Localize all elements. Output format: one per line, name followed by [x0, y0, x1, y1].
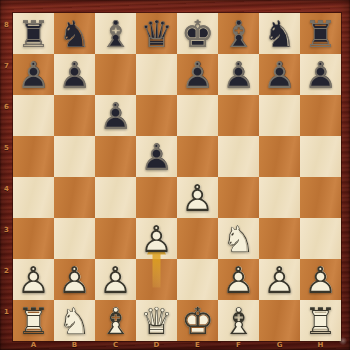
square-e5[interactable]	[177, 136, 218, 177]
square-b4[interactable]	[54, 177, 95, 218]
square-b3[interactable]	[54, 218, 95, 259]
piece-white-queen: ♛♕	[136, 300, 177, 341]
rank-label-2: 2	[4, 267, 9, 275]
square-h2[interactable]: ♟♙	[300, 259, 341, 300]
square-a6[interactable]	[13, 95, 54, 136]
piece-white-knight: ♞♘	[218, 218, 259, 259]
square-d7[interactable]	[136, 54, 177, 95]
square-h6[interactable]	[300, 95, 341, 136]
piece-black-bishop: ♝♗	[95, 13, 136, 54]
square-h8[interactable]: ♜♖	[300, 13, 341, 54]
piece-white-pawn: ♟♙	[95, 259, 136, 300]
rank-label-4: 4	[4, 185, 9, 193]
square-g8[interactable]: ♞♘	[259, 13, 300, 54]
piece-white-bishop: ♝♗	[95, 300, 136, 341]
piece-white-pawn: ♟♙	[54, 259, 95, 300]
square-g2[interactable]: ♟♙	[259, 259, 300, 300]
piece-white-pawn: ♟♙	[13, 259, 54, 300]
rank-label-8: 8	[4, 21, 9, 29]
square-d5[interactable]: ♟♙	[136, 136, 177, 177]
square-h5[interactable]	[300, 136, 341, 177]
square-h3[interactable]	[300, 218, 341, 259]
piece-black-pawn: ♟♙	[136, 136, 177, 177]
square-e1[interactable]: ♚♔	[177, 300, 218, 341]
square-e4[interactable]: ♟♙	[177, 177, 218, 218]
square-c2[interactable]: ♟♙	[95, 259, 136, 300]
square-a3[interactable]	[13, 218, 54, 259]
square-c3[interactable]	[95, 218, 136, 259]
square-g7[interactable]: ♟♙	[259, 54, 300, 95]
piece-black-pawn: ♟♙	[13, 54, 54, 95]
square-h4[interactable]	[300, 177, 341, 218]
square-e3[interactable]	[177, 218, 218, 259]
square-b1[interactable]: ♞♘	[54, 300, 95, 341]
square-b8[interactable]: ♞♘	[54, 13, 95, 54]
file-label-b: B	[72, 341, 77, 349]
square-d4[interactable]	[136, 177, 177, 218]
square-f3[interactable]: ♞♘	[218, 218, 259, 259]
square-g6[interactable]	[259, 95, 300, 136]
piece-black-pawn: ♟♙	[300, 54, 341, 95]
square-b6[interactable]	[54, 95, 95, 136]
corner-dot	[339, 337, 347, 345]
square-d8[interactable]: ♛♕	[136, 13, 177, 54]
square-b7[interactable]: ♟♙	[54, 54, 95, 95]
square-c4[interactable]	[95, 177, 136, 218]
square-c7[interactable]	[95, 54, 136, 95]
piece-white-pawn: ♟♙	[218, 259, 259, 300]
rank-label-7: 7	[4, 62, 9, 70]
piece-white-pawn: ♟♙	[259, 259, 300, 300]
piece-white-pawn: ♟♙	[300, 259, 341, 300]
square-c5[interactable]	[95, 136, 136, 177]
file-label-c: C	[113, 341, 118, 349]
square-b5[interactable]	[54, 136, 95, 177]
piece-black-pawn: ♟♙	[95, 95, 136, 136]
rank-label-1: 1	[4, 308, 9, 316]
square-h1[interactable]: ♜♖	[300, 300, 341, 341]
piece-black-queen: ♛♕	[136, 13, 177, 54]
square-b2[interactable]: ♟♙	[54, 259, 95, 300]
square-e2[interactable]	[177, 259, 218, 300]
square-d6[interactable]	[136, 95, 177, 136]
piece-black-bishop: ♝♗	[218, 13, 259, 54]
square-a8[interactable]: ♜♖	[13, 13, 54, 54]
piece-black-pawn: ♟♙	[54, 54, 95, 95]
piece-white-king: ♚♔	[177, 300, 218, 341]
file-label-g: G	[277, 341, 283, 349]
square-a4[interactable]	[13, 177, 54, 218]
piece-black-king: ♚♔	[177, 13, 218, 54]
square-a1[interactable]: ♜♖	[13, 300, 54, 341]
square-d1[interactable]: ♛♕	[136, 300, 177, 341]
file-label-h: H	[318, 341, 324, 349]
square-g1[interactable]	[259, 300, 300, 341]
piece-white-bishop: ♝♗	[218, 300, 259, 341]
chess-app-window: ♜♖♞♘♝♗♛♕♚♔♝♗♞♘♜♖♟♙♟♙♟♙♟♙♟♙♟♙♟♙♟♙♟♙♟♙♞♘♟♙…	[0, 0, 350, 350]
piece-white-knight: ♞♘	[54, 300, 95, 341]
square-g5[interactable]	[259, 136, 300, 177]
square-d3[interactable]: ♟♙	[136, 218, 177, 259]
piece-white-rook: ♜♖	[300, 300, 341, 341]
square-c6[interactable]: ♟♙	[95, 95, 136, 136]
file-label-a: A	[31, 341, 36, 349]
piece-black-rook: ♜♖	[13, 13, 54, 54]
square-f1[interactable]: ♝♗	[218, 300, 259, 341]
rank-label-3: 3	[4, 226, 9, 234]
piece-black-knight: ♞♘	[54, 13, 95, 54]
square-c1[interactable]: ♝♗	[95, 300, 136, 341]
square-f2[interactable]: ♟♙	[218, 259, 259, 300]
piece-black-pawn: ♟♙	[218, 54, 259, 95]
square-a5[interactable]	[13, 136, 54, 177]
square-g3[interactable]	[259, 218, 300, 259]
square-f7[interactable]: ♟♙	[218, 54, 259, 95]
rank-label-5: 5	[4, 144, 9, 152]
chess-board: ♜♖♞♘♝♗♛♕♚♔♝♗♞♘♜♖♟♙♟♙♟♙♟♙♟♙♟♙♟♙♟♙♟♙♟♙♞♘♟♙…	[13, 13, 341, 341]
square-f6[interactable]	[218, 95, 259, 136]
piece-white-rook: ♜♖	[13, 300, 54, 341]
square-f8[interactable]: ♝♗	[218, 13, 259, 54]
file-label-d: D	[154, 341, 160, 349]
square-h7[interactable]: ♟♙	[300, 54, 341, 95]
file-label-f: F	[236, 341, 241, 349]
square-a7[interactable]: ♟♙	[13, 54, 54, 95]
square-e7[interactable]: ♟♙	[177, 54, 218, 95]
piece-black-knight: ♞♘	[259, 13, 300, 54]
square-d2[interactable]	[136, 259, 177, 300]
square-e8[interactable]: ♚♔	[177, 13, 218, 54]
piece-black-pawn: ♟♙	[177, 54, 218, 95]
piece-white-pawn: ♟♙	[136, 218, 177, 259]
square-f4[interactable]	[218, 177, 259, 218]
file-label-e: E	[195, 341, 200, 349]
square-e6[interactable]	[177, 95, 218, 136]
piece-black-pawn: ♟♙	[259, 54, 300, 95]
piece-white-pawn: ♟♙	[177, 177, 218, 218]
piece-black-rook: ♜♖	[300, 13, 341, 54]
square-g4[interactable]	[259, 177, 300, 218]
square-a2[interactable]: ♟♙	[13, 259, 54, 300]
square-c8[interactable]: ♝♗	[95, 13, 136, 54]
square-f5[interactable]	[218, 136, 259, 177]
rank-label-6: 6	[4, 103, 9, 111]
